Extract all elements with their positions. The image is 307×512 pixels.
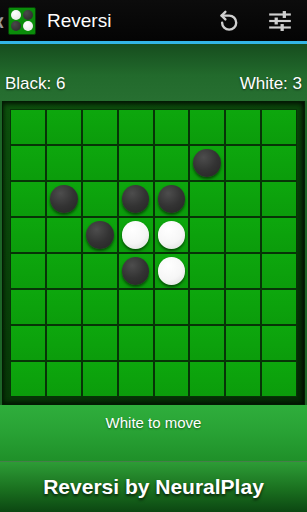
board-cell[interactable] (11, 182, 45, 216)
board-cell[interactable] (83, 290, 117, 324)
board-cell[interactable] (262, 326, 296, 360)
board-cell[interactable] (119, 362, 153, 396)
board-cell[interactable] (262, 110, 296, 144)
page-title: Reversi (47, 10, 111, 32)
board-cell[interactable] (226, 254, 260, 288)
white-disc (158, 257, 186, 285)
app-window: ‹ Reversi (0, 0, 307, 512)
app-icon-disc-white (11, 10, 21, 20)
board-cell[interactable] (226, 110, 260, 144)
board-cell[interactable] (83, 110, 117, 144)
board-cell[interactable] (119, 290, 153, 324)
board-cell[interactable] (262, 146, 296, 180)
board-cell[interactable] (11, 290, 45, 324)
board-cell[interactable] (83, 326, 117, 360)
undo-arrow-icon (214, 8, 240, 34)
score-bar: Black: 6 White: 3 (0, 44, 307, 101)
board-cell[interactable] (226, 362, 260, 396)
board-cell[interactable] (83, 146, 117, 180)
black-score: Black: 6 (5, 74, 65, 94)
action-bar: ‹ Reversi (0, 0, 307, 41)
board-cell[interactable] (226, 326, 260, 360)
board-cell[interactable] (83, 254, 117, 288)
board-cell[interactable] (190, 218, 224, 252)
board-cell[interactable] (47, 254, 81, 288)
nav-up-button[interactable]: ‹ (0, 0, 36, 41)
board-cell[interactable] (155, 110, 189, 144)
board-cell[interactable] (226, 182, 260, 216)
app-icon-disc-black (23, 10, 33, 20)
board-cell[interactable] (11, 218, 45, 252)
board-cell[interactable] (190, 326, 224, 360)
board-cell[interactable] (190, 146, 224, 180)
board-cell[interactable] (155, 218, 189, 252)
board-cell[interactable] (83, 362, 117, 396)
board-cell[interactable] (47, 326, 81, 360)
board-grid (10, 109, 297, 397)
board-cell[interactable] (155, 290, 189, 324)
black-disc (50, 185, 78, 213)
footer-banner: Reversi by NeuralPlay (0, 461, 307, 512)
board-cell[interactable] (226, 218, 260, 252)
board-cell[interactable] (190, 290, 224, 324)
black-disc (122, 185, 150, 213)
board-cell[interactable] (119, 254, 153, 288)
sliders-icon (267, 8, 293, 34)
board-cell[interactable] (226, 290, 260, 324)
board-cell[interactable] (47, 290, 81, 324)
board-cell[interactable] (47, 218, 81, 252)
board-cell[interactable] (262, 290, 296, 324)
board-cell[interactable] (47, 362, 81, 396)
app-icon-disc-white (23, 21, 33, 31)
board-cell[interactable] (11, 146, 45, 180)
reversi-app-icon (8, 7, 36, 35)
board-cell[interactable] (47, 110, 81, 144)
white-disc (122, 221, 150, 249)
white-score: White: 3 (240, 74, 302, 94)
board-cell[interactable] (83, 182, 117, 216)
board-cell[interactable] (11, 326, 45, 360)
board-cell[interactable] (47, 146, 81, 180)
board-cell[interactable] (226, 146, 260, 180)
undo-button[interactable] (214, 8, 240, 34)
board-cell[interactable] (262, 362, 296, 396)
board-cell[interactable] (190, 110, 224, 144)
black-disc (193, 149, 221, 177)
board-cell[interactable] (155, 146, 189, 180)
board-cell[interactable] (190, 254, 224, 288)
board-cell[interactable] (47, 182, 81, 216)
board-cell[interactable] (155, 362, 189, 396)
turn-indicator: White to move (106, 414, 202, 461)
action-bar-buttons (214, 8, 307, 34)
board-cell[interactable] (119, 146, 153, 180)
board-cell[interactable] (155, 326, 189, 360)
board-cell[interactable] (83, 218, 117, 252)
board-frame (2, 101, 305, 405)
board-cell[interactable] (155, 254, 189, 288)
board-cell[interactable] (262, 218, 296, 252)
settings-button[interactable] (267, 8, 293, 34)
white-disc (158, 221, 186, 249)
board-area (0, 101, 307, 405)
board-cell[interactable] (262, 182, 296, 216)
board-cell[interactable] (190, 182, 224, 216)
board-cell[interactable] (119, 110, 153, 144)
board-cell[interactable] (190, 362, 224, 396)
board-cell[interactable] (11, 110, 45, 144)
black-disc (86, 221, 114, 249)
status-bar: White to move (0, 405, 307, 461)
footer-brand-text: Reversi by NeuralPlay (43, 475, 264, 499)
chevron-left-icon: ‹ (0, 7, 7, 35)
board-cell[interactable] (11, 362, 45, 396)
app-icon-disc-black (11, 21, 21, 31)
board-cell[interactable] (119, 218, 153, 252)
board-cell[interactable] (11, 254, 45, 288)
board-cell[interactable] (119, 182, 153, 216)
board-cell[interactable] (262, 254, 296, 288)
black-disc (158, 185, 186, 213)
board-cell[interactable] (119, 326, 153, 360)
board-cell[interactable] (155, 182, 189, 216)
black-disc (122, 257, 150, 285)
